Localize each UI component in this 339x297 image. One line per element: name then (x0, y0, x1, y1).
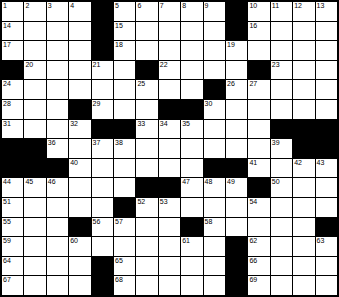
white-cell-r11c3[interactable] (47, 198, 68, 217)
white-cell-r10c3[interactable]: 46 (47, 178, 68, 197)
white-cell-r2c3[interactable] (47, 22, 68, 41)
white-cell-r5c6[interactable] (114, 80, 135, 99)
white-cell-r1c1[interactable]: 1 (2, 2, 23, 21)
white-cell-r4c14[interactable] (293, 61, 314, 80)
clue-number-48: 48 (205, 178, 213, 186)
white-cell-r14c8[interactable] (159, 257, 180, 276)
white-cell-r11c15[interactable] (316, 198, 337, 217)
black-cell-r4c7 (136, 61, 157, 80)
white-cell-r2c12[interactable]: 16 (248, 22, 269, 41)
white-cell-r5c1[interactable]: 24 (2, 80, 23, 99)
white-cell-r15c3[interactable] (47, 276, 68, 295)
white-cell-r1c7[interactable]: 6 (136, 2, 157, 21)
white-cell-r2c8[interactable] (159, 22, 180, 41)
white-cell-r4c3[interactable] (47, 61, 68, 80)
clue-number-39: 39 (272, 139, 280, 147)
clue-number-14: 14 (3, 22, 11, 30)
white-cell-r14c2[interactable] (24, 257, 45, 276)
white-cell-r3c11[interactable]: 19 (226, 41, 247, 60)
white-cell-r1c14[interactable]: 12 (293, 2, 314, 21)
white-cell-r13c8[interactable] (159, 237, 180, 256)
white-cell-r2c13[interactable] (271, 22, 292, 41)
clue-number-4: 4 (70, 2, 74, 10)
clue-number-68: 68 (115, 276, 123, 284)
white-cell-r6c15[interactable] (316, 100, 337, 119)
white-cell-r11c10[interactable] (204, 198, 225, 217)
white-cell-r1c9[interactable]: 8 (181, 2, 202, 21)
clue-number-20: 20 (25, 61, 33, 69)
white-cell-r13c6[interactable] (114, 237, 135, 256)
white-cell-r10c9[interactable]: 47 (181, 178, 202, 197)
white-cell-r7c12[interactable] (248, 120, 269, 139)
white-cell-r4c10[interactable] (204, 61, 225, 80)
white-cell-r4c2[interactable]: 20 (24, 61, 45, 80)
white-cell-r10c5[interactable] (92, 178, 113, 197)
white-cell-r7c7[interactable]: 33 (136, 120, 157, 139)
clue-number-40: 40 (70, 159, 78, 167)
white-cell-r9c14[interactable]: 42 (293, 159, 314, 178)
clue-number-28: 28 (3, 100, 11, 108)
black-cell-r3c5 (92, 41, 113, 60)
black-cell-r1c5 (92, 2, 113, 21)
white-cell-r5c8[interactable] (159, 80, 180, 99)
clue-number-47: 47 (182, 178, 190, 186)
clue-number-38: 38 (115, 139, 123, 147)
white-cell-r5c5[interactable] (92, 80, 113, 99)
black-cell-r9c1 (2, 159, 23, 178)
white-cell-r13c15[interactable]: 63 (316, 237, 337, 256)
white-cell-r3c9[interactable] (181, 41, 202, 60)
white-cell-r14c12[interactable]: 66 (248, 257, 269, 276)
white-cell-r2c15[interactable] (316, 22, 337, 41)
white-cell-r3c4[interactable] (69, 41, 90, 60)
clue-number-18: 18 (115, 41, 123, 49)
white-cell-r8c4[interactable] (69, 139, 90, 158)
white-cell-r10c14[interactable] (293, 178, 314, 197)
white-cell-r5c12[interactable]: 27 (248, 80, 269, 99)
clue-number-10: 10 (249, 2, 257, 10)
white-cell-r6c14[interactable] (293, 100, 314, 119)
white-cell-r11c7[interactable]: 52 (136, 198, 157, 217)
white-cell-r8c5[interactable]: 37 (92, 139, 113, 158)
black-cell-r8c2 (24, 139, 45, 158)
clue-number-52: 52 (137, 198, 145, 206)
black-cell-r12c4 (69, 218, 90, 237)
white-cell-r2c2[interactable] (24, 22, 45, 41)
white-cell-r4c5[interactable]: 21 (92, 61, 113, 80)
white-cell-r15c7[interactable] (136, 276, 157, 295)
black-cell-r15c5 (92, 276, 113, 295)
clue-number-7: 7 (160, 2, 164, 10)
white-cell-r15c14[interactable] (293, 276, 314, 295)
clue-number-8: 8 (182, 2, 186, 10)
white-cell-r2c6[interactable]: 15 (114, 22, 135, 41)
white-cell-r12c6[interactable]: 57 (114, 218, 135, 237)
black-cell-r9c3 (47, 159, 68, 178)
white-cell-r4c8[interactable]: 22 (159, 61, 180, 80)
white-cell-r4c13[interactable]: 23 (271, 61, 292, 80)
clue-number-29: 29 (93, 100, 101, 108)
white-cell-r2c9[interactable] (181, 22, 202, 41)
white-cell-r10c10[interactable]: 48 (204, 178, 225, 197)
white-cell-r14c3[interactable] (47, 257, 68, 276)
white-cell-r8c13[interactable]: 39 (271, 139, 292, 158)
clue-number-46: 46 (48, 178, 56, 186)
white-cell-r3c8[interactable] (159, 41, 180, 60)
white-cell-r12c8[interactable] (159, 218, 180, 237)
white-cell-r3c10[interactable] (204, 41, 225, 60)
white-cell-r7c1[interactable]: 31 (2, 120, 23, 139)
clue-number-42: 42 (294, 159, 302, 167)
white-cell-r13c1[interactable]: 59 (2, 237, 23, 256)
clue-number-59: 59 (3, 237, 11, 245)
white-cell-r6c11[interactable] (226, 100, 247, 119)
white-cell-r6c2[interactable] (24, 100, 45, 119)
white-cell-r8c6[interactable]: 38 (114, 139, 135, 158)
white-cell-r11c8[interactable]: 53 (159, 198, 180, 217)
clue-number-62: 62 (249, 237, 257, 245)
clue-number-64: 64 (3, 257, 11, 265)
white-cell-r5c11[interactable]: 26 (226, 80, 247, 99)
white-cell-r7c3[interactable] (47, 120, 68, 139)
clue-number-33: 33 (137, 120, 145, 128)
white-cell-r12c3[interactable] (47, 218, 68, 237)
clue-number-45: 45 (25, 178, 33, 186)
clue-number-61: 61 (182, 237, 190, 245)
white-cell-r15c2[interactable] (24, 276, 45, 295)
white-cell-r9c13[interactable] (271, 159, 292, 178)
clue-number-32: 32 (70, 120, 78, 128)
clue-number-36: 36 (48, 139, 56, 147)
white-cell-r15c9[interactable] (181, 276, 202, 295)
white-cell-r5c13[interactable] (271, 80, 292, 99)
white-cell-r15c8[interactable] (159, 276, 180, 295)
white-cell-r3c1[interactable]: 17 (2, 41, 23, 60)
white-cell-r3c14[interactable] (293, 41, 314, 60)
black-cell-r11c6 (114, 198, 135, 217)
clue-number-50: 50 (272, 178, 280, 186)
white-cell-r10c11[interactable]: 49 (226, 178, 247, 197)
white-cell-r8c8[interactable] (159, 139, 180, 158)
clue-number-67: 67 (3, 276, 11, 284)
clue-number-25: 25 (137, 80, 145, 88)
white-cell-r11c4[interactable] (69, 198, 90, 217)
white-cell-r11c9[interactable] (181, 198, 202, 217)
clue-number-54: 54 (249, 198, 257, 206)
white-cell-r15c10[interactable] (204, 276, 225, 295)
white-cell-r11c1[interactable]: 51 (2, 198, 23, 217)
white-cell-r4c9[interactable] (181, 61, 202, 80)
white-cell-r1c8[interactable]: 7 (159, 2, 180, 21)
white-cell-r10c15[interactable] (316, 178, 337, 197)
black-cell-r4c1 (2, 61, 23, 80)
white-cell-r2c4[interactable] (69, 22, 90, 41)
white-cell-r5c14[interactable] (293, 80, 314, 99)
white-cell-r15c4[interactable] (69, 276, 90, 295)
white-cell-r7c9[interactable]: 35 (181, 120, 202, 139)
white-cell-r3c6[interactable]: 18 (114, 41, 135, 60)
clue-number-1: 1 (3, 2, 7, 10)
white-cell-r14c15[interactable] (316, 257, 337, 276)
clue-number-22: 22 (160, 61, 168, 69)
white-cell-r13c12[interactable]: 62 (248, 237, 269, 256)
black-cell-r2c5 (92, 22, 113, 41)
black-cell-r14c11 (226, 257, 247, 276)
black-cell-r6c8 (159, 100, 180, 119)
clue-number-51: 51 (3, 198, 11, 206)
clue-number-3: 3 (48, 2, 52, 10)
white-cell-r6c1[interactable]: 28 (2, 100, 23, 119)
clue-number-63: 63 (317, 237, 325, 245)
white-cell-r6c10[interactable]: 30 (204, 100, 225, 119)
white-cell-r8c10[interactable] (204, 139, 225, 158)
white-cell-r2c7[interactable] (136, 22, 157, 41)
white-cell-r7c11[interactable] (226, 120, 247, 139)
white-cell-r3c15[interactable] (316, 41, 337, 60)
white-cell-r6c6[interactable] (114, 100, 135, 119)
clue-number-11: 11 (272, 2, 279, 10)
white-cell-r7c4[interactable]: 32 (69, 120, 90, 139)
clue-number-30: 30 (205, 100, 213, 108)
white-cell-r1c13[interactable]: 11 (271, 2, 292, 21)
white-cell-r10c2[interactable]: 45 (24, 178, 45, 197)
white-cell-r12c12[interactable] (248, 218, 269, 237)
white-cell-r3c2[interactable] (24, 41, 45, 60)
clue-number-24: 24 (3, 80, 11, 88)
clue-number-9: 9 (205, 2, 209, 10)
white-cell-r3c13[interactable] (271, 41, 292, 60)
clue-number-19: 19 (227, 41, 235, 49)
clue-number-44: 44 (3, 178, 11, 186)
white-cell-r9c8[interactable] (159, 159, 180, 178)
clue-number-69: 69 (249, 276, 257, 284)
clue-number-53: 53 (160, 198, 168, 206)
white-cell-r1c3[interactable]: 3 (47, 2, 68, 21)
white-cell-r14c13[interactable] (271, 257, 292, 276)
white-cell-r6c5[interactable]: 29 (92, 100, 113, 119)
black-cell-r9c10 (204, 159, 225, 178)
clue-number-21: 21 (93, 61, 101, 69)
white-cell-r10c4[interactable] (69, 178, 90, 197)
white-cell-r13c14[interactable] (293, 237, 314, 256)
clue-number-26: 26 (227, 80, 235, 88)
white-cell-r13c7[interactable] (136, 237, 157, 256)
white-cell-r11c2[interactable] (24, 198, 45, 217)
white-cell-r9c4[interactable]: 40 (69, 159, 90, 178)
clue-number-6: 6 (137, 2, 141, 10)
black-cell-r7c15 (316, 120, 337, 139)
black-cell-r2c11 (226, 22, 247, 41)
white-cell-r7c8[interactable]: 34 (159, 120, 180, 139)
white-cell-r3c3[interactable] (47, 41, 68, 60)
black-cell-r12c15 (316, 218, 337, 237)
clue-number-15: 15 (115, 22, 123, 30)
white-cell-r1c6[interactable]: 5 (114, 2, 135, 21)
clue-number-66: 66 (249, 257, 257, 265)
white-cell-r7c10[interactable] (204, 120, 225, 139)
black-cell-r7c13 (271, 120, 292, 139)
white-cell-r6c13[interactable] (271, 100, 292, 119)
white-cell-r5c2[interactable] (24, 80, 45, 99)
white-cell-r15c13[interactable] (271, 276, 292, 295)
clue-number-37: 37 (93, 139, 101, 147)
white-cell-r8c9[interactable] (181, 139, 202, 158)
white-cell-r13c2[interactable] (24, 237, 45, 256)
white-cell-r1c2[interactable]: 2 (24, 2, 45, 21)
clue-number-2: 2 (25, 2, 29, 10)
clue-number-56: 56 (93, 218, 101, 226)
white-cell-r6c12[interactable] (248, 100, 269, 119)
white-cell-r12c11[interactable] (226, 218, 247, 237)
white-cell-r11c14[interactable] (293, 198, 314, 217)
white-cell-r8c11[interactable] (226, 139, 247, 158)
clue-number-27: 27 (249, 80, 257, 88)
black-cell-r6c4 (69, 100, 90, 119)
white-cell-r14c14[interactable] (293, 257, 314, 276)
white-cell-r10c13[interactable]: 50 (271, 178, 292, 197)
white-cell-r8c7[interactable] (136, 139, 157, 158)
white-cell-r6c7[interactable] (136, 100, 157, 119)
white-cell-r11c11[interactable] (226, 198, 247, 217)
white-cell-r12c13[interactable] (271, 218, 292, 237)
white-cell-r2c14[interactable] (293, 22, 314, 41)
clue-number-57: 57 (115, 218, 123, 226)
clue-number-13: 13 (317, 2, 325, 10)
black-cell-r7c6 (114, 120, 135, 139)
clue-number-49: 49 (227, 178, 235, 186)
clue-number-65: 65 (115, 257, 123, 265)
clue-number-58: 58 (205, 218, 213, 226)
black-cell-r4c12 (248, 61, 269, 80)
black-cell-r8c14 (293, 139, 314, 158)
white-cell-r12c14[interactable] (293, 218, 314, 237)
white-cell-r12c10[interactable]: 58 (204, 218, 225, 237)
white-cell-r8c12[interactable] (248, 139, 269, 158)
black-cell-r6c9 (181, 100, 202, 119)
white-cell-r5c7[interactable]: 25 (136, 80, 157, 99)
black-cell-r7c5 (92, 120, 113, 139)
black-cell-r9c11 (226, 159, 247, 178)
white-cell-r15c12[interactable]: 69 (248, 276, 269, 295)
white-cell-r4c4[interactable] (69, 61, 90, 80)
black-cell-r5c10 (204, 80, 225, 99)
clue-number-23: 23 (272, 61, 280, 69)
clue-number-31: 31 (3, 120, 11, 128)
black-cell-r13c11 (226, 237, 247, 256)
white-cell-r12c5[interactable]: 56 (92, 218, 113, 237)
black-cell-r7c14 (293, 120, 314, 139)
white-cell-r9c7[interactable] (136, 159, 157, 178)
crossword-grid: 1234567891011121314151617181920212223242… (0, 0, 339, 297)
white-cell-r13c4[interactable]: 60 (69, 237, 90, 256)
black-cell-r9c2 (24, 159, 45, 178)
white-cell-r9c9[interactable] (181, 159, 202, 178)
white-cell-r9c15[interactable]: 43 (316, 159, 337, 178)
white-cell-r15c1[interactable]: 67 (2, 276, 23, 295)
black-cell-r14c5 (92, 257, 113, 276)
white-cell-r13c5[interactable] (92, 237, 113, 256)
white-cell-r14c9[interactable] (181, 257, 202, 276)
white-cell-r2c10[interactable] (204, 22, 225, 41)
white-cell-r10c6[interactable] (114, 178, 135, 197)
white-cell-r5c15[interactable] (316, 80, 337, 99)
white-cell-r7c2[interactable] (24, 120, 45, 139)
white-cell-r11c12[interactable]: 54 (248, 198, 269, 217)
white-cell-r4c6[interactable] (114, 61, 135, 80)
black-cell-r8c15 (316, 139, 337, 158)
black-cell-r10c7 (136, 178, 157, 197)
white-cell-r15c15[interactable] (316, 276, 337, 295)
white-cell-r13c3[interactable] (47, 237, 68, 256)
white-cell-r6c3[interactable] (47, 100, 68, 119)
black-cell-r15c11 (226, 276, 247, 295)
white-cell-r12c2[interactable] (24, 218, 45, 237)
white-cell-r15c6[interactable]: 68 (114, 276, 135, 295)
white-cell-r13c13[interactable] (271, 237, 292, 256)
white-cell-r3c12[interactable] (248, 41, 269, 60)
white-cell-r11c13[interactable] (271, 198, 292, 217)
white-cell-r14c4[interactable] (69, 257, 90, 276)
white-cell-r5c9[interactable] (181, 80, 202, 99)
white-cell-r4c15[interactable] (316, 61, 337, 80)
white-cell-r4c11[interactable] (226, 61, 247, 80)
white-cell-r5c3[interactable] (47, 80, 68, 99)
clue-number-35: 35 (182, 120, 190, 128)
white-cell-r5c4[interactable] (69, 80, 90, 99)
clue-number-12: 12 (294, 2, 302, 10)
white-cell-r2c1[interactable]: 14 (2, 22, 23, 41)
clue-number-5: 5 (115, 2, 119, 10)
clue-number-41: 41 (249, 159, 257, 167)
black-cell-r1c11 (226, 2, 247, 21)
black-cell-r10c12 (248, 178, 269, 197)
white-cell-r1c12[interactable]: 10 (248, 2, 269, 21)
white-cell-r9c5[interactable] (92, 159, 113, 178)
white-cell-r1c10[interactable]: 9 (204, 2, 225, 21)
white-cell-r10c1[interactable]: 44 (2, 178, 23, 197)
white-cell-r1c15[interactable]: 13 (316, 2, 337, 21)
clue-number-16: 16 (249, 22, 257, 30)
black-cell-r10c8 (159, 178, 180, 197)
clue-number-34: 34 (160, 120, 168, 128)
white-cell-r13c10[interactable] (204, 237, 225, 256)
white-cell-r14c1[interactable]: 64 (2, 257, 23, 276)
clue-number-17: 17 (3, 41, 11, 49)
black-cell-r8c1 (2, 139, 23, 158)
white-cell-r9c6[interactable] (114, 159, 135, 178)
white-cell-r12c7[interactable] (136, 218, 157, 237)
white-cell-r14c6[interactable]: 65 (114, 257, 135, 276)
white-cell-r3c7[interactable] (136, 41, 157, 60)
white-cell-r1c4[interactable]: 4 (69, 2, 90, 21)
white-cell-r13c9[interactable]: 61 (181, 237, 202, 256)
clue-number-60: 60 (70, 237, 78, 245)
clue-number-55: 55 (3, 218, 11, 226)
white-cell-r12c1[interactable]: 55 (2, 218, 23, 237)
white-cell-r14c10[interactable] (204, 257, 225, 276)
clue-number-43: 43 (317, 159, 325, 167)
white-cell-r14c7[interactable] (136, 257, 157, 276)
black-cell-r12c9 (181, 218, 202, 237)
white-cell-r8c3[interactable]: 36 (47, 139, 68, 158)
white-cell-r11c5[interactable] (92, 198, 113, 217)
white-cell-r9c12[interactable]: 41 (248, 159, 269, 178)
